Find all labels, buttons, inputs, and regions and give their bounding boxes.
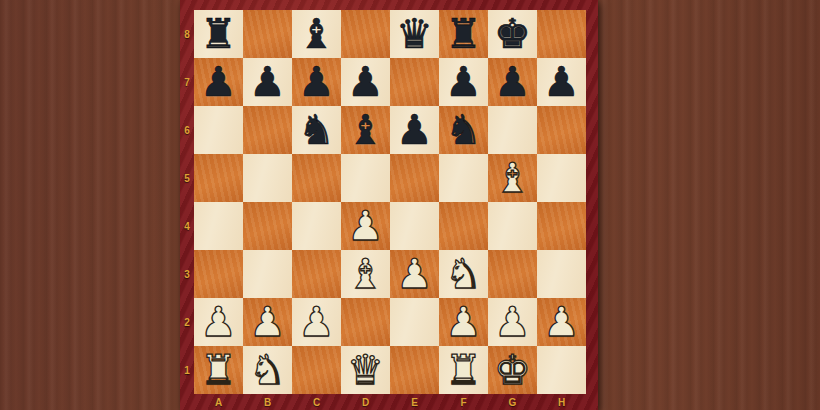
white-pawn[interactable]: ♟ — [494, 298, 531, 346]
square-g6[interactable] — [488, 106, 537, 154]
square-b4[interactable] — [243, 202, 292, 250]
square-d3[interactable]: ♝ — [341, 250, 390, 298]
white-pawn[interactable]: ♟ — [396, 250, 433, 298]
file-label-h: H — [537, 394, 586, 410]
square-a5[interactable] — [194, 154, 243, 202]
square-f7[interactable]: ♟ — [439, 58, 488, 106]
square-c7[interactable]: ♟ — [292, 58, 341, 106]
square-e6[interactable]: ♟ — [390, 106, 439, 154]
square-h7[interactable]: ♟ — [537, 58, 586, 106]
rank-label-2: 2 — [180, 298, 194, 346]
file-label-a: A — [194, 394, 243, 410]
chess-board[interactable]: ♜♝♛♜♚♟♟♟♟♟♟♟♞♝♟♞♝♟♝♟♞♟♟♟♟♟♟♜♞♛♜♚ — [194, 10, 586, 394]
square-g4[interactable] — [488, 202, 537, 250]
black-pawn[interactable]: ♟ — [200, 58, 237, 106]
rank-label-1: 1 — [180, 346, 194, 394]
black-bishop[interactable]: ♝ — [298, 10, 335, 58]
square-d4[interactable]: ♟ — [341, 202, 390, 250]
square-c2[interactable]: ♟ — [292, 298, 341, 346]
white-rook[interactable]: ♜ — [200, 346, 237, 394]
square-h2[interactable]: ♟ — [537, 298, 586, 346]
square-f4[interactable] — [439, 202, 488, 250]
square-b8[interactable] — [243, 10, 292, 58]
desktop-wood-background: { "game": "chess", "position": { "fen": … — [0, 0, 820, 410]
square-h1[interactable] — [537, 346, 586, 394]
rank-label-8: 8 — [180, 10, 194, 58]
square-a7[interactable]: ♟ — [194, 58, 243, 106]
square-g7[interactable]: ♟ — [488, 58, 537, 106]
square-b7[interactable]: ♟ — [243, 58, 292, 106]
square-d2[interactable] — [341, 298, 390, 346]
square-d1[interactable]: ♛ — [341, 346, 390, 394]
black-knight[interactable]: ♞ — [298, 106, 335, 154]
white-pawn[interactable]: ♟ — [298, 298, 335, 346]
square-e3[interactable]: ♟ — [390, 250, 439, 298]
black-pawn[interactable]: ♟ — [494, 58, 531, 106]
black-pawn[interactable]: ♟ — [396, 106, 433, 154]
file-labels: ABCDEFGH — [194, 394, 586, 410]
file-label-g: G — [488, 394, 537, 410]
square-b6[interactable] — [243, 106, 292, 154]
white-pawn[interactable]: ♟ — [445, 298, 482, 346]
square-e1[interactable] — [390, 346, 439, 394]
white-rook[interactable]: ♜ — [445, 346, 482, 394]
rank-labels: 87654321 — [180, 10, 194, 394]
square-d8[interactable] — [341, 10, 390, 58]
square-a3[interactable] — [194, 250, 243, 298]
square-h4[interactable] — [537, 202, 586, 250]
square-c4[interactable] — [292, 202, 341, 250]
square-b1[interactable]: ♞ — [243, 346, 292, 394]
chess-board-frame: 87654321 ♜♝♛♜♚♟♟♟♟♟♟♟♞♝♟♞♝♟♝♟♞♟♟♟♟♟♟♜♞♛♜… — [180, 0, 598, 410]
square-a6[interactable] — [194, 106, 243, 154]
square-h3[interactable] — [537, 250, 586, 298]
white-knight[interactable]: ♞ — [445, 250, 482, 298]
square-e5[interactable] — [390, 154, 439, 202]
white-pawn[interactable]: ♟ — [249, 298, 286, 346]
square-b3[interactable] — [243, 250, 292, 298]
square-c6[interactable]: ♞ — [292, 106, 341, 154]
square-d7[interactable]: ♟ — [341, 58, 390, 106]
square-g1[interactable]: ♚ — [488, 346, 537, 394]
black-rook[interactable]: ♜ — [200, 10, 237, 58]
rank-label-6: 6 — [180, 106, 194, 154]
black-queen[interactable]: ♛ — [396, 10, 433, 58]
black-king[interactable]: ♚ — [494, 10, 531, 58]
square-h6[interactable] — [537, 106, 586, 154]
black-bishop[interactable]: ♝ — [347, 106, 384, 154]
file-label-d: D — [341, 394, 390, 410]
black-pawn[interactable]: ♟ — [347, 58, 384, 106]
square-c5[interactable] — [292, 154, 341, 202]
square-a8[interactable]: ♜ — [194, 10, 243, 58]
rank-label-5: 5 — [180, 154, 194, 202]
square-e4[interactable] — [390, 202, 439, 250]
black-knight[interactable]: ♞ — [445, 106, 482, 154]
square-g8[interactable]: ♚ — [488, 10, 537, 58]
black-pawn[interactable]: ♟ — [298, 58, 335, 106]
square-e2[interactable] — [390, 298, 439, 346]
file-label-c: C — [292, 394, 341, 410]
square-e7[interactable] — [390, 58, 439, 106]
square-c8[interactable]: ♝ — [292, 10, 341, 58]
square-b5[interactable] — [243, 154, 292, 202]
black-rook[interactable]: ♜ — [445, 10, 482, 58]
square-a1[interactable]: ♜ — [194, 346, 243, 394]
file-label-f: F — [439, 394, 488, 410]
square-e8[interactable]: ♛ — [390, 10, 439, 58]
white-knight[interactable]: ♞ — [249, 346, 286, 394]
square-f6[interactable]: ♞ — [439, 106, 488, 154]
square-d6[interactable]: ♝ — [341, 106, 390, 154]
rank-label-7: 7 — [180, 58, 194, 106]
square-h5[interactable] — [537, 154, 586, 202]
square-f3[interactable]: ♞ — [439, 250, 488, 298]
square-g3[interactable] — [488, 250, 537, 298]
square-a4[interactable] — [194, 202, 243, 250]
black-pawn[interactable]: ♟ — [543, 58, 580, 106]
black-pawn[interactable]: ♟ — [445, 58, 482, 106]
square-f5[interactable] — [439, 154, 488, 202]
square-f1[interactable]: ♜ — [439, 346, 488, 394]
square-f2[interactable]: ♟ — [439, 298, 488, 346]
square-g2[interactable]: ♟ — [488, 298, 537, 346]
white-pawn[interactable]: ♟ — [200, 298, 237, 346]
white-pawn[interactable]: ♟ — [543, 298, 580, 346]
white-queen[interactable]: ♛ — [347, 346, 384, 394]
file-label-b: B — [243, 394, 292, 410]
square-a2[interactable]: ♟ — [194, 298, 243, 346]
rank-label-4: 4 — [180, 202, 194, 250]
white-bishop[interactable]: ♝ — [494, 154, 531, 202]
file-label-e: E — [390, 394, 439, 410]
square-f8[interactable]: ♜ — [439, 10, 488, 58]
square-h8[interactable] — [537, 10, 586, 58]
square-c1[interactable] — [292, 346, 341, 394]
rank-label-3: 3 — [180, 250, 194, 298]
white-bishop[interactable]: ♝ — [347, 250, 384, 298]
square-g5[interactable]: ♝ — [488, 154, 537, 202]
square-c3[interactable] — [292, 250, 341, 298]
white-pawn[interactable]: ♟ — [347, 202, 384, 250]
white-king[interactable]: ♚ — [494, 346, 531, 394]
black-pawn[interactable]: ♟ — [249, 58, 286, 106]
square-d5[interactable] — [341, 154, 390, 202]
square-b2[interactable]: ♟ — [243, 298, 292, 346]
